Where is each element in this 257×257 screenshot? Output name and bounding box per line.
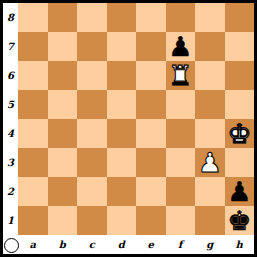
square-h6[interactable] xyxy=(225,61,255,90)
square-c5[interactable] xyxy=(77,90,107,119)
square-g3[interactable]: ♟ xyxy=(195,148,225,177)
square-a1[interactable] xyxy=(18,206,48,235)
square-f2[interactable] xyxy=(166,177,196,206)
file-label-d: d xyxy=(107,235,137,254)
rank-label-4: 4 xyxy=(3,119,18,148)
square-g2[interactable] xyxy=(195,177,225,206)
square-f1[interactable] xyxy=(166,206,196,235)
square-g8[interactable] xyxy=(195,3,225,32)
square-d4[interactable] xyxy=(107,119,137,148)
white-rook[interactable]: ♜ xyxy=(168,61,192,90)
square-d2[interactable] xyxy=(107,177,137,206)
file-label-g: g xyxy=(195,235,225,254)
square-b2[interactable] xyxy=(48,177,78,206)
square-a6[interactable] xyxy=(18,61,48,90)
square-d3[interactable] xyxy=(107,148,137,177)
square-d1[interactable] xyxy=(107,206,137,235)
square-e2[interactable] xyxy=(136,177,166,206)
square-a4[interactable] xyxy=(18,119,48,148)
square-e4[interactable] xyxy=(136,119,166,148)
square-b3[interactable] xyxy=(48,148,78,177)
square-a3[interactable] xyxy=(18,148,48,177)
square-c4[interactable] xyxy=(77,119,107,148)
square-g7[interactable] xyxy=(195,32,225,61)
square-d8[interactable] xyxy=(107,3,137,32)
square-g6[interactable] xyxy=(195,61,225,90)
file-label-a: a xyxy=(18,235,48,254)
square-a2[interactable] xyxy=(18,177,48,206)
file-label-h: h xyxy=(225,235,255,254)
square-b4[interactable] xyxy=(48,119,78,148)
square-a5[interactable] xyxy=(18,90,48,119)
black-pawn[interactable]: ♟ xyxy=(168,32,192,61)
white-pawn[interactable]: ♟ xyxy=(198,148,222,177)
square-f5[interactable] xyxy=(166,90,196,119)
rank-label-8: 8 xyxy=(3,3,18,32)
square-e5[interactable] xyxy=(136,90,166,119)
square-b6[interactable] xyxy=(48,61,78,90)
rank-labels: 87654321 xyxy=(3,3,18,235)
square-d5[interactable] xyxy=(107,90,137,119)
rank-label-1: 1 xyxy=(3,206,18,235)
square-g1[interactable] xyxy=(195,206,225,235)
square-b8[interactable] xyxy=(48,3,78,32)
file-label-e: e xyxy=(136,235,166,254)
square-h1[interactable]: ♚ xyxy=(225,206,255,235)
square-f6[interactable]: ♜ xyxy=(166,61,196,90)
file-label-c: c xyxy=(77,235,107,254)
chess-diagram: 87654321 ♟♜♚♟♟♚ abcdefgh xyxy=(0,0,257,257)
white-king[interactable]: ♚ xyxy=(227,119,251,148)
square-e6[interactable] xyxy=(136,61,166,90)
square-h3[interactable] xyxy=(225,148,255,177)
rank-label-3: 3 xyxy=(3,148,18,177)
square-c7[interactable] xyxy=(77,32,107,61)
square-e3[interactable] xyxy=(136,148,166,177)
file-labels: abcdefgh xyxy=(18,235,254,254)
square-b5[interactable] xyxy=(48,90,78,119)
square-a7[interactable] xyxy=(18,32,48,61)
square-c1[interactable] xyxy=(77,206,107,235)
square-b7[interactable] xyxy=(48,32,78,61)
square-c3[interactable] xyxy=(77,148,107,177)
file-label-b: b xyxy=(48,235,78,254)
square-b1[interactable] xyxy=(48,206,78,235)
square-e8[interactable] xyxy=(136,3,166,32)
square-d6[interactable] xyxy=(107,61,137,90)
rank-label-6: 6 xyxy=(3,61,18,90)
square-h7[interactable] xyxy=(225,32,255,61)
square-g4[interactable] xyxy=(195,119,225,148)
white-to-move-indicator xyxy=(4,238,19,253)
black-king[interactable]: ♚ xyxy=(227,206,251,235)
square-c8[interactable] xyxy=(77,3,107,32)
square-h8[interactable] xyxy=(225,3,255,32)
square-a8[interactable] xyxy=(18,3,48,32)
black-pawn[interactable]: ♟ xyxy=(227,177,251,206)
square-f4[interactable] xyxy=(166,119,196,148)
square-f8[interactable] xyxy=(166,3,196,32)
rank-label-2: 2 xyxy=(3,177,18,206)
square-f7[interactable]: ♟ xyxy=(166,32,196,61)
square-c2[interactable] xyxy=(77,177,107,206)
square-g5[interactable] xyxy=(195,90,225,119)
square-e7[interactable] xyxy=(136,32,166,61)
file-label-f: f xyxy=(166,235,196,254)
square-d7[interactable] xyxy=(107,32,137,61)
square-h2[interactable]: ♟ xyxy=(225,177,255,206)
square-c6[interactable] xyxy=(77,61,107,90)
rank-label-7: 7 xyxy=(3,32,18,61)
rank-label-5: 5 xyxy=(3,90,18,119)
board[interactable]: ♟♜♚♟♟♚ xyxy=(18,3,254,235)
square-h4[interactable]: ♚ xyxy=(225,119,255,148)
square-e1[interactable] xyxy=(136,206,166,235)
square-f3[interactable] xyxy=(166,148,196,177)
square-h5[interactable] xyxy=(225,90,255,119)
